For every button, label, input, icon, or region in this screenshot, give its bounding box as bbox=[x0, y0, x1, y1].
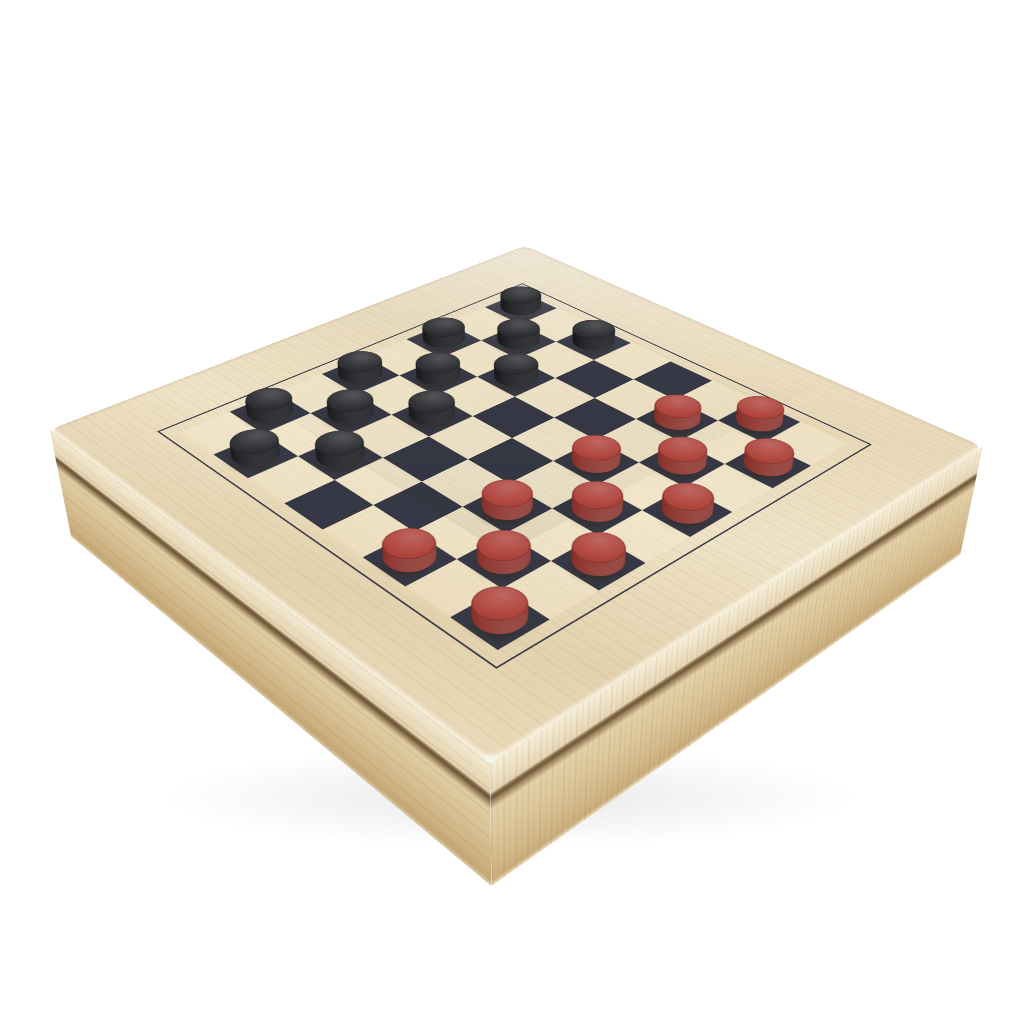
checkers-box-photo bbox=[0, 0, 1024, 1024]
checker-piece-black[interactable] bbox=[238, 397, 302, 430]
checker-piece-black[interactable] bbox=[485, 363, 547, 393]
box-lid bbox=[50, 246, 983, 764]
checker-piece-red[interactable] bbox=[561, 490, 633, 530]
board-square[interactable] bbox=[468, 438, 553, 483]
board-square[interactable] bbox=[383, 436, 468, 481]
